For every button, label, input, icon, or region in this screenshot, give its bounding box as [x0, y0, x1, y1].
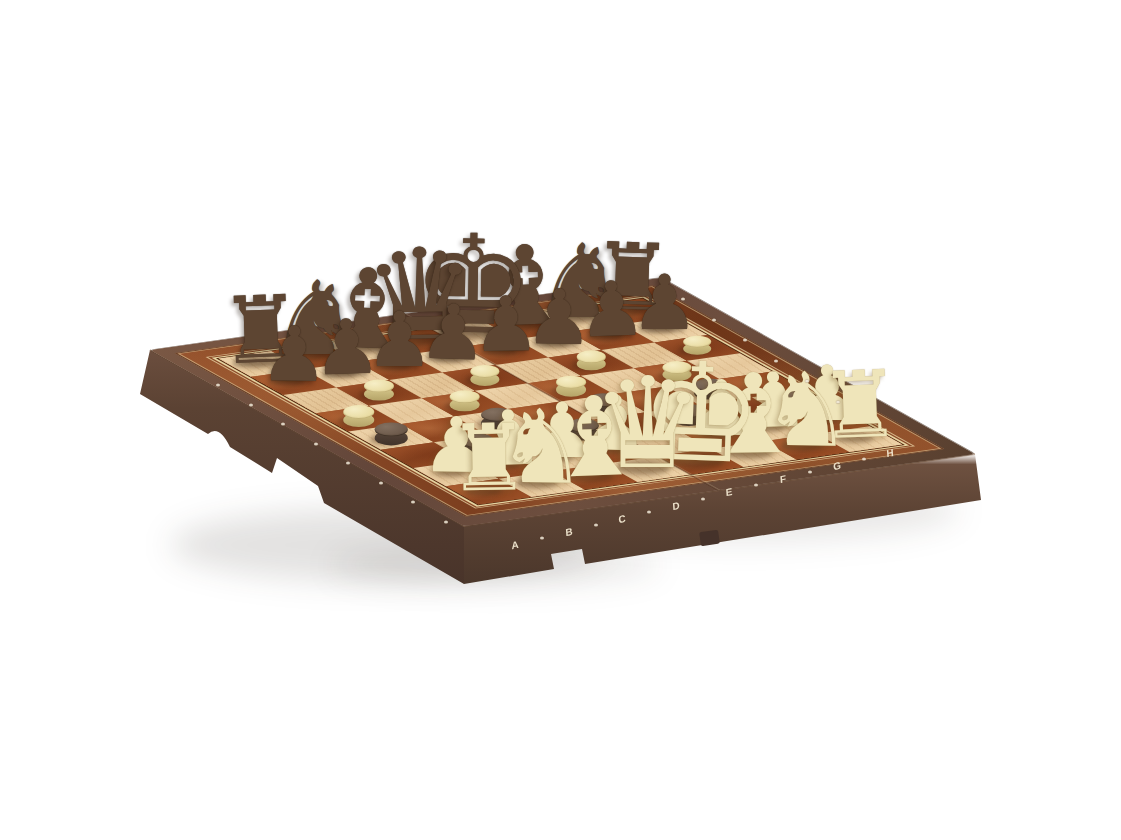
product-photo: ♜♞♝♟♚♟♛♟♝♟♞♟♜♟♟♟♟♟♟♜♞♟♝♟♚♟♛♟♝♞♜ABCDEFGH — [0, 0, 1121, 840]
clasp — [699, 530, 720, 547]
